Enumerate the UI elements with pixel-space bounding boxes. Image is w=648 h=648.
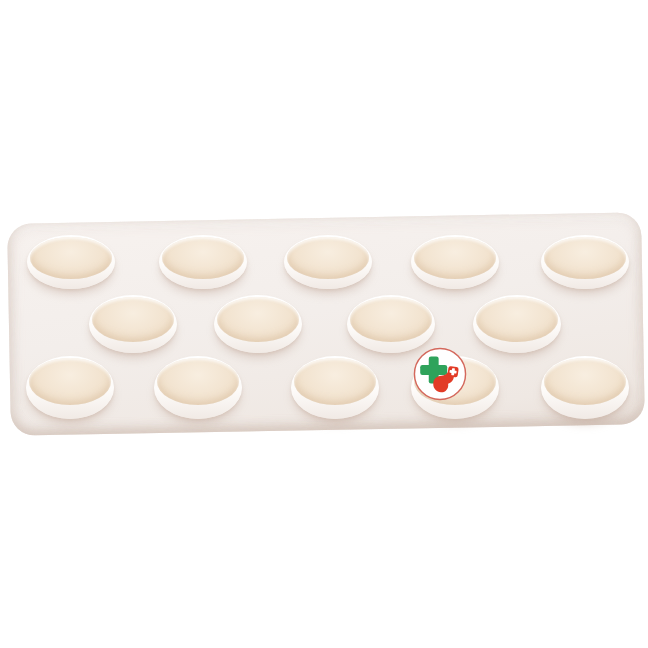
tablet-blister — [541, 235, 629, 289]
tablet-blister — [27, 235, 115, 289]
tablet-face — [162, 237, 244, 279]
tablet-blister — [159, 235, 247, 289]
tablet-face — [544, 358, 626, 405]
tablet-face — [287, 237, 369, 279]
tablet-blister — [89, 295, 177, 353]
tablets-layer — [0, 0, 648, 648]
tablet-face — [476, 297, 558, 342]
tablet-face — [217, 297, 299, 342]
tablet-face — [157, 358, 239, 405]
product-photo — [0, 0, 648, 648]
pharmacy-cross-logo — [413, 347, 467, 401]
tablet-blister — [411, 235, 499, 289]
pharmacy-cross-logo-svg — [413, 347, 467, 401]
tablet-blister — [284, 235, 372, 289]
tablet-blister — [347, 295, 435, 353]
tablet-face — [92, 297, 174, 342]
tablet-blister — [26, 356, 114, 419]
tablet-blister — [154, 356, 242, 419]
tablet-blister — [541, 356, 629, 419]
swiss-cross-badge-icon — [447, 366, 459, 378]
tablet-face — [29, 358, 111, 405]
tablet-blister — [473, 295, 561, 353]
tablet-blister — [291, 356, 379, 419]
tablet-face — [414, 237, 496, 279]
tablet-face — [544, 237, 626, 279]
tablet-face — [350, 297, 432, 342]
tablet-blister — [214, 295, 302, 353]
tablet-face — [294, 358, 376, 405]
tablet-face — [30, 237, 112, 279]
